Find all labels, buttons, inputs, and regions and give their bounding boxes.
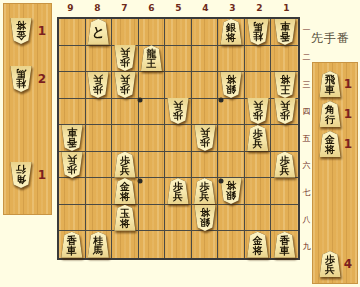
gote-piece-桂馬[interactable]: 桂馬 [246,19,270,45]
sente-piece-金将[interactable]: 金将 [113,178,137,204]
square-7七[interactable]: 金将 [112,178,139,205]
rank-labels: 一二三四五六七八九 [301,17,312,260]
sente-piece-歩兵[interactable]: 歩兵 [246,125,270,151]
square-3一[interactable]: 銀将 [218,19,245,46]
piece-kanji: 兵 [318,265,342,275]
square-7三[interactable]: 歩兵 [112,72,139,99]
square-1三[interactable]: 王将 [271,72,298,99]
square-1四[interactable]: 歩兵 [271,99,298,126]
square-2六[interactable] [245,152,272,179]
piece-kanji: 兵 [273,100,297,110]
square-1五[interactable] [271,125,298,152]
square-7六[interactable]: 歩兵 [112,152,139,179]
piece-kanji: 将 [273,74,297,84]
sente-hand-角行[interactable]: 角行1 [313,101,357,129]
piece-kanji: 車 [60,127,84,137]
square-6二[interactable]: 龍王 [139,46,166,73]
square-5八[interactable] [165,205,192,232]
piece-kanji: 銀 [193,217,217,227]
gote-piece-金将[interactable]: 金将 [9,18,33,44]
square-7一[interactable] [112,19,139,46]
square-9二[interactable] [59,46,86,73]
piece-kanji: 馬 [86,246,110,256]
square-6三[interactable] [139,72,166,99]
square-3八[interactable] [218,205,245,232]
square-3三[interactable]: 銀将 [218,72,245,99]
piece-kanji: 行 [318,115,342,125]
square-5一[interactable] [165,19,192,46]
shogi-app: 987654321 一二三四五六七八九 金将1桂馬2角行1 と銀将桂馬香車歩兵龍… [0,0,360,287]
piece-kanji: 車 [60,246,84,256]
square-3九[interactable] [218,231,245,258]
square-1二[interactable] [271,46,298,73]
file-label-5: 5 [165,3,192,15]
piece-kanji: 馬 [246,21,270,31]
piece-kanji: 将 [113,192,137,202]
piece-kanji: 桂 [9,78,33,88]
square-6四[interactable] [139,99,166,126]
square-3四[interactable] [218,99,245,126]
rank-label-三: 三 [301,71,312,98]
piece-kanji: 兵 [166,100,190,110]
gote-hand-角行[interactable]: 角行1 [4,162,51,190]
piece-kanji: 兵 [166,192,190,202]
sente-piece-飛車[interactable]: 飛車 [318,71,342,97]
square-3二[interactable] [218,46,245,73]
gote-hand-count-金将: 1 [38,24,46,38]
rank-label-四: 四 [301,98,312,125]
square-9八[interactable] [59,205,86,232]
square-1七[interactable] [271,178,298,205]
square-7九[interactable] [112,231,139,258]
file-labels: 987654321 [57,3,300,15]
square-9七[interactable] [59,178,86,205]
square-8六[interactable] [86,152,113,179]
square-8九[interactable]: 桂馬 [86,231,113,258]
square-6六[interactable] [139,152,166,179]
file-label-3: 3 [219,3,246,15]
file-label-4: 4 [192,3,219,15]
sente-hand-count-金将: 1 [344,137,352,151]
file-label-1: 1 [273,3,300,15]
piece-kanji: 将 [9,20,33,30]
gote-piece-歩兵[interactable]: 歩兵 [113,45,137,71]
piece-kanji: 歩 [193,137,217,147]
sente-piece-金将[interactable]: 金将 [318,131,342,157]
piece-kanji: 車 [273,246,297,256]
gote-piece-王将[interactable]: 王将 [273,72,297,98]
gote-piece-歩兵[interactable]: 歩兵 [273,98,297,124]
file-label-8: 8 [84,3,111,15]
rank-label-二: 二 [301,44,312,71]
piece-kanji: 将 [219,33,243,43]
sente-captured-stand: 飛車1角行1金将1歩兵4 [312,62,358,284]
piece-kanji: 兵 [246,139,270,149]
square-2二[interactable] [245,46,272,73]
piece-kanji: 歩 [246,110,270,120]
square-6一[interactable] [139,19,166,46]
square-9六[interactable]: 歩兵 [59,152,86,179]
square-1九[interactable]: 香車 [271,231,298,258]
piece-kanji: 将 [113,219,137,229]
file-label-6: 6 [138,3,165,15]
square-1八[interactable] [271,205,298,232]
square-3六[interactable] [218,152,245,179]
square-9一[interactable] [59,19,86,46]
sente-piece-歩兵[interactable]: 歩兵 [166,178,190,204]
square-5二[interactable] [165,46,192,73]
piece-kanji: 銀 [219,190,243,200]
gote-piece-銀将[interactable]: 銀将 [219,72,243,98]
square-4八[interactable]: 銀将 [192,205,219,232]
square-2一[interactable]: 桂馬 [245,19,272,46]
square-4二[interactable] [192,46,219,73]
rank-label-五: 五 [301,125,312,152]
square-4六[interactable] [192,152,219,179]
shogi-board: と銀将桂馬香車歩兵龍王歩兵歩兵銀将王将歩兵歩兵歩兵香車歩兵歩兵歩兵歩兵歩兵金将歩… [57,17,300,260]
sente-piece-歩兵[interactable]: 歩兵 [193,178,217,204]
piece-kanji: 歩 [113,57,137,67]
sente-piece-桂馬[interactable]: 桂馬 [86,232,110,258]
square-4四[interactable] [192,99,219,126]
piece-kanji: 王 [273,84,297,94]
hoshi-dot [138,98,143,103]
sente-piece-歩兵[interactable]: 歩兵 [113,152,137,178]
square-5五[interactable] [165,125,192,152]
piece-kanji: 将 [318,145,342,155]
square-6九[interactable] [139,231,166,258]
square-2九[interactable]: 金将 [245,231,272,258]
sente-hand-count-角行: 1 [344,107,352,121]
piece-kanji: 桂 [246,31,270,41]
gote-piece-歩兵[interactable]: 歩兵 [193,125,217,151]
file-label-7: 7 [111,3,138,15]
piece-kanji: 歩 [273,110,297,120]
piece-kanji: 歩 [113,84,137,94]
square-8五[interactable] [86,125,113,152]
square-4三[interactable] [192,72,219,99]
piece-kanji: 兵 [273,166,297,176]
square-9五[interactable]: 香車 [59,125,86,152]
square-7五[interactable] [112,125,139,152]
sente-piece-角行[interactable]: 角行 [318,101,342,127]
piece-kanji: 兵 [60,154,84,164]
hoshi-dot [138,179,143,184]
piece-kanji: 兵 [113,166,137,176]
file-label-2: 2 [246,3,273,15]
gote-piece-桂馬[interactable]: 桂馬 [9,66,33,92]
piece-kanji: 将 [219,74,243,84]
square-6五[interactable] [139,125,166,152]
square-1六[interactable]: 歩兵 [271,152,298,179]
piece-kanji: 車 [318,85,342,95]
piece-kanji: 将 [246,246,270,256]
square-8七[interactable] [86,178,113,205]
gote-piece-歩兵[interactable]: 歩兵 [86,72,110,98]
sente-piece-香車[interactable]: 香車 [273,232,297,258]
piece-kanji: 馬 [9,68,33,78]
gote-hand-金将[interactable]: 金将1 [4,18,51,46]
piece-kanji: と [86,19,110,44]
square-8三[interactable]: 歩兵 [86,72,113,99]
square-2八[interactable] [245,205,272,232]
square-2五[interactable]: 歩兵 [245,125,272,152]
square-9四[interactable] [59,99,86,126]
square-2七[interactable] [245,178,272,205]
gote-piece-歩兵[interactable]: 歩兵 [113,72,137,98]
sente-piece-金将[interactable]: 金将 [246,232,270,258]
piece-kanji: 香 [60,137,84,147]
piece-kanji: 兵 [193,127,217,137]
square-5四[interactable]: 歩兵 [165,99,192,126]
gote-piece-角行[interactable]: 角行 [9,162,33,188]
rank-label-八: 八 [301,206,312,233]
sente-hand-count-歩兵: 4 [344,257,352,271]
piece-kanji: 兵 [113,74,137,84]
hoshi-dot [219,98,224,103]
piece-kanji: 将 [193,207,217,217]
gote-hand-count-桂馬: 2 [38,72,46,86]
square-7八[interactable]: 玉将 [112,205,139,232]
piece-kanji: 王 [139,59,163,69]
sente-hand-歩兵[interactable]: 歩兵4 [313,251,357,279]
gote-piece-歩兵[interactable]: 歩兵 [246,98,270,124]
square-4九[interactable] [192,231,219,258]
rank-label-七: 七 [301,179,312,206]
piece-kanji: 兵 [193,192,217,202]
square-1一[interactable]: 香車 [271,19,298,46]
gote-hand-count-角行: 1 [38,168,46,182]
gote-captured-stand: 金将1桂馬2角行1 [3,3,52,215]
piece-kanji: 銀 [219,84,243,94]
turn-indicator: 先手番 [311,30,359,47]
square-4七[interactable]: 歩兵 [192,178,219,205]
square-7四[interactable] [112,99,139,126]
square-8八[interactable] [86,205,113,232]
square-8一[interactable]: と [86,19,113,46]
piece-kanji: 歩 [86,84,110,94]
gote-piece-銀将[interactable]: 銀将 [193,205,217,231]
sente-piece-香車[interactable]: 香車 [60,232,84,258]
gote-piece-香車[interactable]: 香車 [60,125,84,151]
sente-piece-龍王[interactable]: 龍王 [139,45,163,71]
piece-kanji: 歩 [166,110,190,120]
rank-label-六: 六 [301,152,312,179]
square-7二[interactable]: 歩兵 [112,46,139,73]
piece-kanji: 車 [273,21,297,31]
piece-kanji: 角 [9,174,33,184]
gote-piece-歩兵[interactable]: 歩兵 [60,152,84,178]
square-2三[interactable] [245,72,272,99]
sente-hand-飛車[interactable]: 飛車1 [313,71,357,99]
sente-piece-玉将[interactable]: 玉将 [113,205,137,231]
piece-kanji: 金 [9,30,33,40]
square-8二[interactable] [86,46,113,73]
square-4一[interactable] [192,19,219,46]
gote-piece-香車[interactable]: 香車 [273,19,297,45]
square-3五[interactable] [218,125,245,152]
sente-piece-と[interactable]: と [86,19,110,45]
square-6七[interactable] [139,178,166,205]
file-label-9: 9 [57,3,84,15]
piece-kanji: 兵 [113,47,137,57]
sente-piece-歩兵[interactable]: 歩兵 [273,152,297,178]
sente-piece-銀将[interactable]: 銀将 [219,19,243,45]
piece-kanji: 行 [9,164,33,174]
gote-hand-桂馬[interactable]: 桂馬2 [4,66,51,94]
square-9三[interactable] [59,72,86,99]
square-4五[interactable]: 歩兵 [192,125,219,152]
square-9九[interactable]: 香車 [59,231,86,258]
square-2四[interactable]: 歩兵 [245,99,272,126]
square-5三[interactable] [165,72,192,99]
square-5七[interactable]: 歩兵 [165,178,192,205]
hoshi-dot [219,179,224,184]
piece-kanji: 兵 [86,74,110,84]
sente-piece-歩兵[interactable]: 歩兵 [318,251,342,277]
square-6八[interactable] [139,205,166,232]
piece-kanji: 歩 [60,164,84,174]
piece-kanji: 兵 [246,100,270,110]
sente-hand-count-飛車: 1 [344,77,352,91]
gote-piece-歩兵[interactable]: 歩兵 [166,98,190,124]
rank-label-九: 九 [301,233,312,260]
piece-kanji: 香 [273,31,297,41]
sente-hand-金将[interactable]: 金将1 [313,131,357,159]
square-5六[interactable] [165,152,192,179]
square-8四[interactable] [86,99,113,126]
square-5九[interactable] [165,231,192,258]
